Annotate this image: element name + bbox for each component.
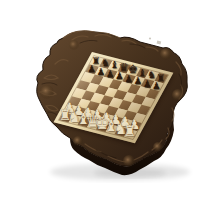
piece-black-pawn-g7[interactable]: ♟ — [143, 79, 151, 88]
piece-black-pawn-b7[interactable]: ♟ — [97, 67, 105, 76]
piece-black-pawn-h7[interactable]: ♟ — [152, 81, 160, 90]
piece-black-pawn-a7[interactable]: ♟ — [87, 64, 95, 73]
piece-black-pawn-e7[interactable]: ♟ — [124, 74, 132, 83]
piece-black-pawn-c7[interactable]: ♟ — [106, 69, 114, 78]
clasp — [149, 37, 161, 44]
piece-white-rook-h1[interactable]: ♜ — [123, 124, 136, 139]
piece-black-pawn-d7[interactable]: ♟ — [115, 71, 123, 80]
chess-set-photo: ♜♞♝♛♚♝♞♜♟♟♟♟♟♟♟♟♟♟♟♟♟♟♟♟♜♞♝♛♚♝♞♜ — [0, 0, 220, 200]
piece-black-pawn-f7[interactable]: ♟ — [134, 76, 142, 85]
